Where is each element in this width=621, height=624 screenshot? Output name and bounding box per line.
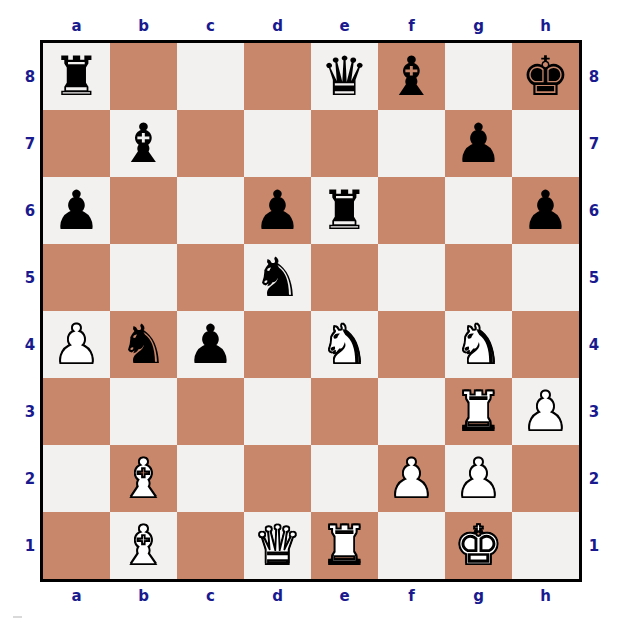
square-e1[interactable]: ♜ xyxy=(311,512,378,579)
square-f5[interactable] xyxy=(378,244,445,311)
piece-black-knight: ♞ xyxy=(119,318,167,372)
rank-label-left-1: 1 xyxy=(20,512,40,579)
rank-label-right-2: 2 xyxy=(584,445,604,512)
rank-label-right-6: 6 xyxy=(584,177,604,244)
rank-label-left-4: 4 xyxy=(20,311,40,378)
square-g2[interactable]: ♟ xyxy=(445,445,512,512)
piece-white-knight: ♞ xyxy=(320,318,368,372)
square-e3[interactable] xyxy=(311,378,378,445)
square-a3[interactable] xyxy=(43,378,110,445)
square-c7[interactable] xyxy=(177,110,244,177)
piece-black-knight: ♞ xyxy=(253,251,301,305)
square-b1[interactable]: ♝ xyxy=(110,512,177,579)
square-d7[interactable] xyxy=(244,110,311,177)
square-g7[interactable]: ♟ xyxy=(445,110,512,177)
square-f8[interactable]: ♝ xyxy=(378,43,445,110)
square-h8[interactable]: ♚ xyxy=(512,43,579,110)
square-d6[interactable]: ♟ xyxy=(244,177,311,244)
file-label-bottom-c: c xyxy=(177,585,244,607)
square-h3[interactable]: ♟ xyxy=(512,378,579,445)
file-label-top-h: h xyxy=(512,15,579,37)
square-c2[interactable] xyxy=(177,445,244,512)
square-d4[interactable] xyxy=(244,311,311,378)
square-b6[interactable] xyxy=(110,177,177,244)
piece-black-rook: ♜ xyxy=(320,184,368,238)
square-c5[interactable] xyxy=(177,244,244,311)
piece-black-queen: ♛ xyxy=(320,50,368,104)
square-f7[interactable] xyxy=(378,110,445,177)
square-d5[interactable]: ♞ xyxy=(244,244,311,311)
piece-white-rook: ♜ xyxy=(454,385,502,439)
square-c3[interactable] xyxy=(177,378,244,445)
piece-white-rook: ♜ xyxy=(320,519,368,573)
file-label-bottom-h: h xyxy=(512,585,579,607)
square-a4[interactable]: ♟ xyxy=(43,311,110,378)
square-c6[interactable] xyxy=(177,177,244,244)
square-b2[interactable]: ♝ xyxy=(110,445,177,512)
rank-label-left-5: 5 xyxy=(20,244,40,311)
piece-black-pawn: ♟ xyxy=(186,318,234,372)
square-b4[interactable]: ♞ xyxy=(110,311,177,378)
square-a1[interactable] xyxy=(43,512,110,579)
piece-black-pawn: ♟ xyxy=(521,184,569,238)
square-g6[interactable] xyxy=(445,177,512,244)
square-b7[interactable]: ♝ xyxy=(110,110,177,177)
square-a6[interactable]: ♟ xyxy=(43,177,110,244)
square-f4[interactable] xyxy=(378,311,445,378)
square-d8[interactable] xyxy=(244,43,311,110)
file-labels-top: abcdefgh xyxy=(43,15,579,37)
piece-white-pawn: ♟ xyxy=(52,318,100,372)
square-g8[interactable] xyxy=(445,43,512,110)
piece-black-pawn: ♟ xyxy=(454,117,502,171)
rank-labels-left: 87654321 xyxy=(20,43,40,579)
file-label-top-d: d xyxy=(244,15,311,37)
file-label-top-c: c xyxy=(177,15,244,37)
square-f2[interactable]: ♟ xyxy=(378,445,445,512)
piece-black-bishop: ♝ xyxy=(119,117,167,171)
square-e7[interactable] xyxy=(311,110,378,177)
square-h5[interactable] xyxy=(512,244,579,311)
square-e4[interactable]: ♞ xyxy=(311,311,378,378)
rank-label-right-1: 1 xyxy=(584,512,604,579)
square-f6[interactable] xyxy=(378,177,445,244)
square-e8[interactable]: ♛ xyxy=(311,43,378,110)
file-label-top-b: b xyxy=(110,15,177,37)
square-a8[interactable]: ♜ xyxy=(43,43,110,110)
rank-label-left-8: 8 xyxy=(20,43,40,110)
rank-label-right-3: 3 xyxy=(584,378,604,445)
rank-label-right-4: 4 xyxy=(584,311,604,378)
square-a2[interactable] xyxy=(43,445,110,512)
artifact-mark xyxy=(13,616,22,618)
piece-white-pawn: ♟ xyxy=(387,452,435,506)
square-h4[interactable] xyxy=(512,311,579,378)
square-g5[interactable] xyxy=(445,244,512,311)
square-g1[interactable]: ♚ xyxy=(445,512,512,579)
file-label-bottom-e: e xyxy=(311,585,378,607)
file-label-top-f: f xyxy=(378,15,445,37)
rank-label-right-8: 8 xyxy=(584,43,604,110)
square-b5[interactable] xyxy=(110,244,177,311)
piece-white-knight: ♞ xyxy=(454,318,502,372)
chess-board: ♜♛♝♚♝♟♟♟♜♟♞♟♞♟♞♞♜♟♝♟♟♝♛♜♚ xyxy=(40,40,582,582)
chess-diagram: abcdefgh 87654321 ♜♛♝♚♝♟♟♟♜♟♞♟♞♟♞♞♜♟♝♟♟♝… xyxy=(0,0,621,624)
square-e5[interactable] xyxy=(311,244,378,311)
square-a7[interactable] xyxy=(43,110,110,177)
file-label-top-g: g xyxy=(445,15,512,37)
file-label-bottom-b: b xyxy=(110,585,177,607)
piece-black-bishop: ♝ xyxy=(387,50,435,104)
square-e6[interactable]: ♜ xyxy=(311,177,378,244)
file-label-bottom-g: g xyxy=(445,585,512,607)
rank-label-left-3: 3 xyxy=(20,378,40,445)
square-d3[interactable] xyxy=(244,378,311,445)
piece-white-queen: ♛ xyxy=(253,519,301,573)
piece-black-rook: ♜ xyxy=(52,50,100,104)
file-labels-bottom: abcdefgh xyxy=(43,585,579,607)
piece-white-bishop: ♝ xyxy=(119,519,167,573)
rank-label-left-2: 2 xyxy=(20,445,40,512)
square-b8[interactable] xyxy=(110,43,177,110)
piece-white-king: ♚ xyxy=(454,519,502,573)
square-d2[interactable] xyxy=(244,445,311,512)
piece-white-pawn: ♟ xyxy=(521,385,569,439)
piece-white-pawn: ♟ xyxy=(454,452,502,506)
file-label-top-e: e xyxy=(311,15,378,37)
square-c8[interactable] xyxy=(177,43,244,110)
piece-black-king: ♚ xyxy=(521,50,569,104)
square-c4[interactable]: ♟ xyxy=(177,311,244,378)
file-label-top-a: a xyxy=(43,15,110,37)
square-h6[interactable]: ♟ xyxy=(512,177,579,244)
square-f1[interactable] xyxy=(378,512,445,579)
file-label-bottom-a: a xyxy=(43,585,110,607)
square-f3[interactable] xyxy=(378,378,445,445)
square-e2[interactable] xyxy=(311,445,378,512)
piece-black-pawn: ♟ xyxy=(52,184,100,238)
piece-white-bishop: ♝ xyxy=(119,452,167,506)
rank-label-right-5: 5 xyxy=(584,244,604,311)
file-label-bottom-f: f xyxy=(378,585,445,607)
square-h1[interactable] xyxy=(512,512,579,579)
square-a5[interactable] xyxy=(43,244,110,311)
rank-label-left-7: 7 xyxy=(20,110,40,177)
square-h7[interactable] xyxy=(512,110,579,177)
square-b3[interactable] xyxy=(110,378,177,445)
square-g4[interactable]: ♞ xyxy=(445,311,512,378)
square-g3[interactable]: ♜ xyxy=(445,378,512,445)
square-c1[interactable] xyxy=(177,512,244,579)
piece-black-pawn: ♟ xyxy=(253,184,301,238)
file-label-bottom-d: d xyxy=(244,585,311,607)
rank-label-right-7: 7 xyxy=(584,110,604,177)
rank-labels-right: 87654321 xyxy=(584,43,604,579)
rank-label-left-6: 6 xyxy=(20,177,40,244)
square-h2[interactable] xyxy=(512,445,579,512)
square-d1[interactable]: ♛ xyxy=(244,512,311,579)
